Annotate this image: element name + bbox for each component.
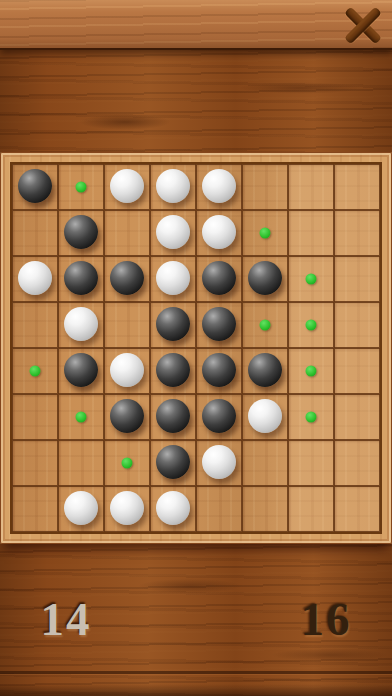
black-disc [156,399,190,433]
cell-b7[interactable] [58,440,104,486]
cell-d7[interactable] [150,440,196,486]
cell-b4[interactable] [58,302,104,348]
cell-h6[interactable] [334,394,380,440]
game-board [0,152,392,544]
cell-e5[interactable] [196,348,242,394]
cell-e7[interactable] [196,440,242,486]
black-disc [156,307,190,341]
white-disc [110,169,144,203]
cell-b6[interactable] [58,394,104,440]
cell-d8[interactable] [150,486,196,532]
cell-a3[interactable] [12,256,58,302]
legal-move-dot [260,320,271,331]
white-disc [156,215,190,249]
legal-move-dot [76,182,87,193]
black-disc [110,261,144,295]
cell-d5[interactable] [150,348,196,394]
cell-f4[interactable] [242,302,288,348]
black-score: 16 [276,595,376,643]
cell-f3[interactable] [242,256,288,302]
cell-c8[interactable] [104,486,150,532]
legal-move-dot [76,412,87,423]
bottom-edge-shadow [0,684,392,696]
black-disc [202,261,236,295]
white-disc [64,491,98,525]
white-disc [64,307,98,341]
top-bar [0,0,392,50]
cell-b2[interactable] [58,210,104,256]
cell-g5[interactable] [288,348,334,394]
close-button[interactable] [343,6,383,44]
cell-h4[interactable] [334,302,380,348]
cell-f2[interactable] [242,210,288,256]
legal-move-dot [306,366,317,377]
cell-h1[interactable] [334,164,380,210]
cell-a7[interactable] [12,440,58,486]
cell-d4[interactable] [150,302,196,348]
cell-e4[interactable] [196,302,242,348]
white-score: 14 [16,595,116,643]
cell-f5[interactable] [242,348,288,394]
cell-g8[interactable] [288,486,334,532]
cell-f6[interactable] [242,394,288,440]
cell-d2[interactable] [150,210,196,256]
cell-a1[interactable] [12,164,58,210]
black-disc [64,215,98,249]
cell-h7[interactable] [334,440,380,486]
cell-d6[interactable] [150,394,196,440]
cell-b5[interactable] [58,348,104,394]
cell-d3[interactable] [150,256,196,302]
cell-e8[interactable] [196,486,242,532]
legal-move-dot [260,228,271,239]
cell-c3[interactable] [104,256,150,302]
black-disc [202,353,236,387]
legal-move-dot [306,412,317,423]
white-disc [202,215,236,249]
black-disc [156,445,190,479]
cell-c7[interactable] [104,440,150,486]
white-disc [248,399,282,433]
cell-a6[interactable] [12,394,58,440]
wood-plank-seam [0,671,392,674]
white-disc [110,353,144,387]
black-disc [64,353,98,387]
black-disc [248,353,282,387]
legal-move-dot [30,366,41,377]
cell-a2[interactable] [12,210,58,256]
legal-move-dot [122,458,133,469]
cell-c4[interactable] [104,302,150,348]
cell-f7[interactable] [242,440,288,486]
white-disc [202,169,236,203]
white-disc [156,169,190,203]
cell-b3[interactable] [58,256,104,302]
cell-g1[interactable] [288,164,334,210]
board-grid [10,162,382,534]
white-disc [156,491,190,525]
cell-a8[interactable] [12,486,58,532]
cell-h5[interactable] [334,348,380,394]
cell-h8[interactable] [334,486,380,532]
cell-e6[interactable] [196,394,242,440]
cell-c6[interactable] [104,394,150,440]
black-disc [18,169,52,203]
cell-d1[interactable] [150,164,196,210]
cell-a4[interactable] [12,302,58,348]
cell-g3[interactable] [288,256,334,302]
legal-move-dot [306,274,317,285]
black-disc [64,261,98,295]
cell-f8[interactable] [242,486,288,532]
cell-e3[interactable] [196,256,242,302]
cell-b1[interactable] [58,164,104,210]
cell-g6[interactable] [288,394,334,440]
cell-g2[interactable] [288,210,334,256]
cell-e2[interactable] [196,210,242,256]
black-disc [248,261,282,295]
white-disc [18,261,52,295]
cell-f1[interactable] [242,164,288,210]
white-disc [156,261,190,295]
cell-c5[interactable] [104,348,150,394]
cell-e1[interactable] [196,164,242,210]
black-disc [110,399,144,433]
black-disc [202,399,236,433]
white-disc [202,445,236,479]
black-disc [202,307,236,341]
cell-h2[interactable] [334,210,380,256]
cell-c1[interactable] [104,164,150,210]
cell-b8[interactable] [58,486,104,532]
cell-c2[interactable] [104,210,150,256]
black-disc [156,353,190,387]
cell-g4[interactable] [288,302,334,348]
cell-a5[interactable] [12,348,58,394]
white-disc [110,491,144,525]
cell-h3[interactable] [334,256,380,302]
cell-g7[interactable] [288,440,334,486]
legal-move-dot [306,320,317,331]
